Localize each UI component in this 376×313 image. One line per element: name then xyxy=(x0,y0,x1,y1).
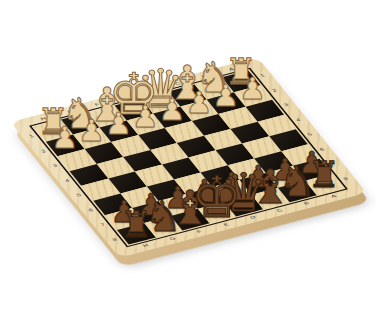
file-label-a-near: A xyxy=(330,194,338,199)
rank-label-5-left: 5 xyxy=(75,193,82,198)
rank-label-1-left: 1 xyxy=(28,134,35,139)
chess-board: HHGGFFEEDDCCBBAA1122334455667788 xyxy=(10,57,367,258)
file-label-e-near: E xyxy=(222,222,230,227)
rank-label-5-right: 5 xyxy=(306,132,313,137)
rank-label-2-right: 2 xyxy=(271,88,278,93)
file-label-d-far: D xyxy=(147,88,155,93)
rank-label-8-left: 8 xyxy=(111,237,118,242)
file-label-b-far: B xyxy=(201,74,209,79)
rank-label-7-left: 7 xyxy=(99,222,106,227)
file-label-f-near: F xyxy=(196,229,203,234)
rank-label-8-right: 8 xyxy=(342,176,349,181)
file-label-b-near: B xyxy=(303,201,311,206)
rank-label-6-right: 6 xyxy=(318,147,325,152)
rank-label-3-right: 3 xyxy=(283,103,290,108)
chess-set-photo: HHGGFFEEDDCCBBAA1122334455667788 ♜♞♝♛♚♝♞… xyxy=(0,0,376,313)
file-label-g-far: G xyxy=(66,109,74,114)
rank-label-3-left: 3 xyxy=(52,163,59,168)
file-label-e-far: E xyxy=(120,95,128,100)
rank-label-1-right: 1 xyxy=(259,73,266,78)
file-label-c-near: C xyxy=(276,208,284,213)
file-label-d-near: D xyxy=(249,215,257,220)
file-label-a-far: A xyxy=(227,67,235,72)
rank-label-4-left: 4 xyxy=(64,178,71,183)
rank-label-4-right: 4 xyxy=(295,117,302,122)
file-label-h-near: H xyxy=(142,243,150,248)
file-label-c-far: C xyxy=(174,81,182,86)
rank-label-7-right: 7 xyxy=(330,161,337,166)
rank-label-2-left: 2 xyxy=(40,148,47,153)
file-label-f-far: F xyxy=(94,102,101,107)
rank-label-6-left: 6 xyxy=(87,207,94,212)
file-label-h-far: H xyxy=(40,116,48,121)
file-label-g-near: G xyxy=(168,236,176,241)
